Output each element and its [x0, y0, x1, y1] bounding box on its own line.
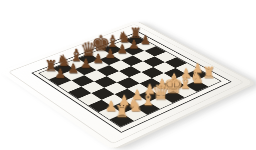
square-g2: ♟ [175, 74, 198, 85]
board-frame: ♜♞♝♛♚♝♞♜♟♟♟♟♟♟♟♟♟♟♟♟♟♟♟♟♜♞♝♛♚♝♞♜ [0, 21, 253, 150]
piece-black-rook: ♜ [124, 27, 146, 41]
piece-black-queen: ♛ [77, 40, 100, 59]
square-c6 [84, 70, 106, 81]
square-h1: ♜ [197, 75, 220, 86]
chess-set-product-photo: ♜♞♝♛♚♝♞♜♟♟♟♟♟♟♟♟♟♟♟♟♟♟♟♟♜♞♝♛♚♝♞♜ [0, 0, 256, 150]
piece-black-king: ♚ [89, 33, 112, 54]
board-grid: ♜♞♝♛♚♝♞♜♟♟♟♟♟♟♟♟♟♟♟♟♟♟♟♟♜♞♝♛♚♝♞♜ [38, 35, 221, 128]
board-3d-tilt: ♜♞♝♛♚♝♞♜♟♟♟♟♟♟♟♟♟♟♟♟♟♟♟♟♜♞♝♛♚♝♞♜ [0, 21, 253, 150]
square-h3 [175, 63, 197, 74]
piece-white-rook: ♜ [197, 66, 221, 81]
board-surface: ♜♞♝♛♚♝♞♜♟♟♟♟♟♟♟♟♟♟♟♟♟♟♟♟♜♞♝♛♚♝♞♜ [31, 32, 231, 133]
